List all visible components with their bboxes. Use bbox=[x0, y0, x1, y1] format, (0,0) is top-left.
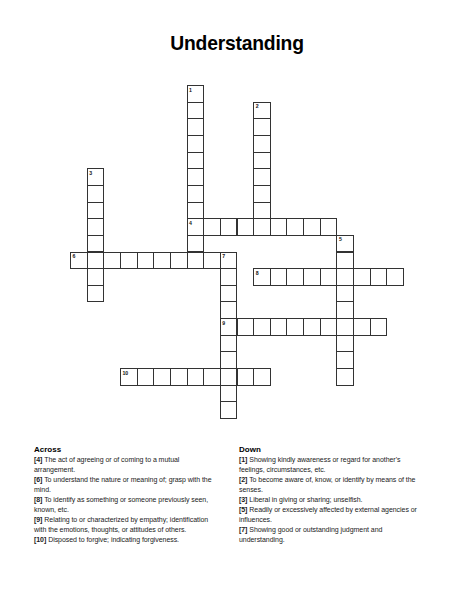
grid-cell-r14c15[interactable] bbox=[320, 318, 338, 336]
grid-cell-r11c19[interactable] bbox=[386, 268, 404, 286]
grid-cell-r11c15[interactable] bbox=[320, 268, 338, 286]
grid-cell-r12c9[interactable] bbox=[220, 285, 238, 303]
grid-cell-r10c1[interactable] bbox=[87, 252, 105, 270]
grid-cell-r11c12[interactable] bbox=[270, 268, 288, 286]
grid-cell-r17c10[interactable] bbox=[237, 368, 255, 386]
grid-cell-r0c7[interactable]: 1 bbox=[187, 85, 205, 103]
clue-across-10: [10] Disposed to forgive; indicating for… bbox=[34, 535, 235, 545]
grid-cell-r11c11[interactable]: 8 bbox=[253, 268, 271, 286]
clue-across-9-line-1: [9] Relating to or characterized by empa… bbox=[34, 515, 235, 525]
grid-cell-r8c15[interactable] bbox=[320, 218, 338, 236]
grid-cell-r10c9[interactable]: 7 bbox=[220, 252, 238, 270]
grid-cell-r14c13[interactable] bbox=[286, 318, 304, 336]
grid-cell-r8c11[interactable] bbox=[253, 218, 271, 236]
grid-cell-r8c13[interactable] bbox=[286, 218, 304, 236]
grid-cell-r4c11[interactable] bbox=[253, 152, 271, 170]
clue-across-4: [4] The act of agreeing or of coming to … bbox=[34, 455, 235, 475]
grid-cell-r14c12[interactable] bbox=[270, 318, 288, 336]
clue-number-label-10: [10] bbox=[34, 536, 46, 543]
grid-cell-r11c18[interactable] bbox=[370, 268, 388, 286]
clue-number-label-7: [7] bbox=[239, 526, 247, 533]
grid-cell-r10c5[interactable] bbox=[153, 252, 171, 270]
clue-across-8: [8] To identify as something or someone … bbox=[34, 495, 235, 515]
grid-cell-r8c9[interactable] bbox=[220, 218, 238, 236]
clue-across-6-line-1: [6] To understand the nature or meaning … bbox=[34, 475, 235, 485]
grid-cell-r10c7[interactable] bbox=[187, 252, 205, 270]
grid-cell-r15c9[interactable] bbox=[220, 335, 238, 353]
grid-cell-r10c16[interactable] bbox=[336, 252, 354, 270]
puzzle-title: Understanding bbox=[0, 33, 474, 55]
grid-cell-r14c14[interactable] bbox=[303, 318, 321, 336]
grid-cell-r14c10[interactable] bbox=[237, 318, 255, 336]
grid-cell-r12c1[interactable] bbox=[87, 285, 105, 303]
grid-cell-r10c2[interactable] bbox=[103, 252, 121, 270]
clue-down-5: [5] Readily or excessively affected by e… bbox=[239, 505, 451, 525]
cell-number-3: 3 bbox=[89, 170, 92, 176]
grid-cell-r10c3[interactable] bbox=[120, 252, 138, 270]
grid-cell-r2c7[interactable] bbox=[187, 118, 205, 136]
grid-cell-r16c16[interactable] bbox=[336, 351, 354, 369]
grid-cell-r10c0[interactable]: 6 bbox=[70, 252, 88, 270]
clue-across-8-line-1: [8] To identify as something or someone … bbox=[34, 495, 235, 505]
grid-cell-r17c9[interactable] bbox=[220, 368, 238, 386]
grid-cell-r8c14[interactable] bbox=[303, 218, 321, 236]
cell-number-7: 7 bbox=[222, 253, 225, 259]
cell-number-2: 2 bbox=[256, 103, 259, 109]
clue-number-label-5: [5] bbox=[239, 506, 247, 513]
grid-cell-r17c3[interactable]: 10 bbox=[120, 368, 138, 386]
grid-cell-r4c7[interactable] bbox=[187, 152, 205, 170]
clue-across-4-line-2: arrangement. bbox=[34, 465, 235, 475]
grid-cell-r18c9[interactable] bbox=[220, 385, 238, 403]
clue-number-label-9: [9] bbox=[34, 516, 42, 523]
cell-number-6: 6 bbox=[73, 253, 76, 259]
down-clue-list: [1] Showing kindly awareness or regard f… bbox=[239, 455, 451, 545]
grid-cell-r14c18[interactable] bbox=[370, 318, 388, 336]
clue-across-9-line-2: with the emotions, thoughts, or attitude… bbox=[34, 525, 235, 535]
clue-across-6: [6] To understand the nature or meaning … bbox=[34, 475, 235, 495]
grid-cell-r8c1[interactable] bbox=[87, 218, 105, 236]
grid-cell-r9c1[interactable] bbox=[87, 235, 105, 253]
grid-cell-r17c6[interactable] bbox=[170, 368, 188, 386]
clue-down-2: [2] To become aware of, know, or identif… bbox=[239, 475, 451, 495]
grid-cell-r13c9[interactable] bbox=[220, 301, 238, 319]
grid-cell-r3c11[interactable] bbox=[253, 135, 271, 153]
grid-cell-r5c1[interactable]: 3 bbox=[87, 168, 105, 186]
clue-down-3: [3] Liberal in giving or sharing; unself… bbox=[239, 495, 451, 505]
grid-cell-r16c9[interactable] bbox=[220, 351, 238, 369]
grid-cell-r6c1[interactable] bbox=[87, 185, 105, 203]
grid-cell-r17c11[interactable] bbox=[253, 368, 271, 386]
grid-cell-r8c12[interactable] bbox=[270, 218, 288, 236]
cell-number-9: 9 bbox=[222, 320, 225, 326]
grid-cell-r6c11[interactable] bbox=[253, 185, 271, 203]
grid-cell-r9c7[interactable] bbox=[187, 235, 205, 253]
cell-number-10: 10 bbox=[122, 370, 128, 376]
grid-cell-r6c7[interactable] bbox=[187, 185, 205, 203]
clue-number-label-1: [1] bbox=[239, 456, 247, 463]
grid-cell-r7c11[interactable] bbox=[253, 202, 271, 220]
clue-down-2-line-1: [2] To become aware of, know, or identif… bbox=[239, 475, 451, 485]
grid-cell-r17c4[interactable] bbox=[137, 368, 155, 386]
grid-cell-r11c17[interactable] bbox=[353, 268, 371, 286]
clue-down-3-line-1: [3] Liberal in giving or sharing; unself… bbox=[239, 495, 451, 505]
clue-across-4-line-1: [4] The act of agreeing or of coming to … bbox=[34, 455, 235, 465]
grid-cell-r8c8[interactable] bbox=[203, 218, 221, 236]
grid-cell-r10c8[interactable] bbox=[203, 252, 221, 270]
grid-cell-r5c7[interactable] bbox=[187, 168, 205, 186]
grid-cell-r14c9[interactable]: 9 bbox=[220, 318, 238, 336]
grid-cell-r11c9[interactable] bbox=[220, 268, 238, 286]
crossword-page: Understanding 12345678910 Across [4] The… bbox=[0, 0, 474, 613]
clue-down-5-line-1: [5] Readily or excessively affected by e… bbox=[239, 505, 451, 515]
across-clue-list: [4] The act of agreeing or of coming to … bbox=[34, 455, 235, 545]
grid-cell-r14c17[interactable] bbox=[353, 318, 371, 336]
across-header: Across bbox=[34, 444, 235, 455]
cell-number-8: 8 bbox=[256, 270, 259, 276]
grid-cell-r5c11[interactable] bbox=[253, 168, 271, 186]
clue-number-label-3: [3] bbox=[239, 496, 247, 503]
clue-down-5-line-2: influences. bbox=[239, 515, 451, 525]
clue-down-2-line-2: senses. bbox=[239, 485, 451, 495]
grid-cell-r11c14[interactable] bbox=[303, 268, 321, 286]
down-clues-section: Down [1] Showing kindly awareness or reg… bbox=[239, 444, 451, 545]
grid-cell-r1c11[interactable]: 2 bbox=[253, 102, 271, 120]
clue-across-9: [9] Relating to or characterized by empa… bbox=[34, 515, 235, 535]
grid-cell-r14c16[interactable] bbox=[336, 318, 354, 336]
clue-down-7-line-2: understanding. bbox=[239, 535, 451, 545]
clue-across-10-line-1: [10] Disposed to forgive; indicating for… bbox=[34, 535, 235, 545]
grid-cell-r10c6[interactable] bbox=[170, 252, 188, 270]
grid-cell-r15c16[interactable] bbox=[336, 335, 354, 353]
down-header: Down bbox=[239, 444, 451, 455]
grid-cell-r7c7[interactable] bbox=[187, 202, 205, 220]
grid-cell-r17c7[interactable] bbox=[187, 368, 205, 386]
grid-cell-r7c1[interactable] bbox=[87, 202, 105, 220]
grid-cell-r12c16[interactable] bbox=[336, 285, 354, 303]
grid-cell-r17c5[interactable] bbox=[153, 368, 171, 386]
cell-number-5: 5 bbox=[339, 236, 342, 242]
crossword-grid: 12345678910 bbox=[70, 85, 404, 419]
grid-cell-r14c11[interactable] bbox=[253, 318, 271, 336]
grid-cell-r10c4[interactable] bbox=[137, 252, 155, 270]
clue-down-1-line-1: [1] Showing kindly awareness or regard f… bbox=[239, 455, 451, 465]
clue-down-1: [1] Showing kindly awareness or regard f… bbox=[239, 455, 451, 475]
grid-cell-r2c11[interactable] bbox=[253, 118, 271, 136]
grid-cell-r17c8[interactable] bbox=[203, 368, 221, 386]
clue-number-label-2: [2] bbox=[239, 476, 247, 483]
clue-down-7: [7] Showing good or outstanding judgment… bbox=[239, 525, 451, 545]
clue-across-6-line-2: mind. bbox=[34, 485, 235, 495]
clue-across-8-line-2: known, etc. bbox=[34, 505, 235, 515]
grid-cell-r1c7[interactable] bbox=[187, 102, 205, 120]
grid-cell-r11c1[interactable] bbox=[87, 268, 105, 286]
clue-down-7-line-1: [7] Showing good or outstanding judgment… bbox=[239, 525, 451, 535]
clue-number-label-4: [4] bbox=[34, 456, 42, 463]
grid-cell-r19c9[interactable] bbox=[220, 401, 238, 419]
grid-cell-r9c16[interactable]: 5 bbox=[336, 235, 354, 253]
across-clues-section: Across [4] The act of agreeing or of com… bbox=[34, 444, 235, 545]
grid-cell-r11c13[interactable] bbox=[286, 268, 304, 286]
clue-number-label-6: [6] bbox=[34, 476, 42, 483]
cell-number-1: 1 bbox=[189, 87, 192, 93]
clue-down-1-line-2: feelings, circumstances, etc. bbox=[239, 465, 451, 475]
grid-cell-r17c16[interactable] bbox=[336, 368, 354, 386]
grid-cell-r13c16[interactable] bbox=[336, 301, 354, 319]
grid-cell-r8c10[interactable] bbox=[237, 218, 255, 236]
grid-cell-r11c16[interactable] bbox=[336, 268, 354, 286]
grid-cell-r3c7[interactable] bbox=[187, 135, 205, 153]
grid-cell-r8c7[interactable]: 4 bbox=[187, 218, 205, 236]
clue-number-label-8: [8] bbox=[34, 496, 42, 503]
cell-number-4: 4 bbox=[189, 220, 192, 226]
